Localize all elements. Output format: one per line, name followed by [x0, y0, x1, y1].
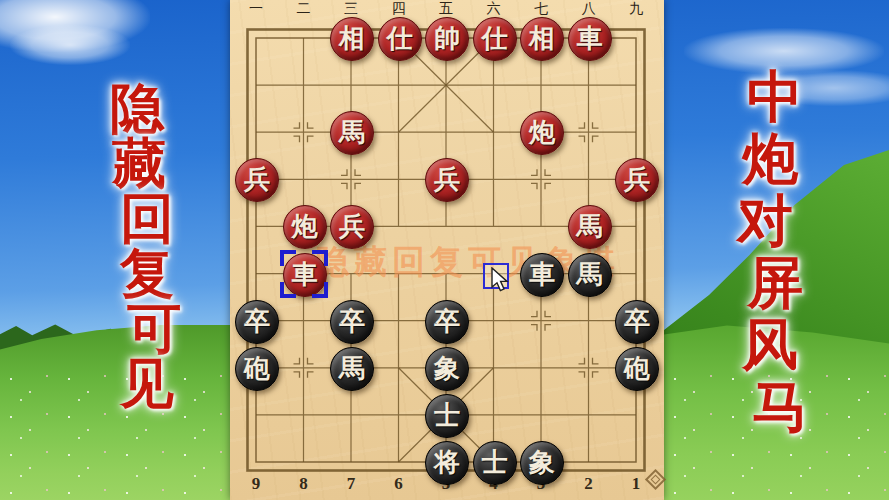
piece-glyph: 象	[521, 442, 563, 484]
piece-glyph: 相	[331, 18, 373, 60]
piece-red-車[interactable]: 車	[283, 253, 327, 297]
cloud	[10, 25, 130, 65]
caption-char: 见	[114, 357, 180, 412]
piece-black-馬[interactable]: 馬	[568, 253, 612, 297]
file-label-top: 五	[439, 0, 453, 18]
file-label-bottom: 1	[632, 474, 641, 494]
caption-char: 复	[114, 247, 180, 302]
piece-glyph: 象	[426, 348, 468, 390]
piece-glyph: 馬	[569, 206, 611, 248]
screenshot-root: 隐藏回复可见 中炮对屏风马 一二三四五六七八九 987654321 隐藏回复可见…	[0, 0, 889, 500]
caption-char: 中	[742, 66, 808, 128]
left-caption: 隐藏回复可见	[104, 82, 170, 412]
piece-red-兵[interactable]: 兵	[615, 158, 659, 202]
piece-glyph: 炮	[521, 112, 563, 154]
piece-glyph: 卒	[426, 301, 468, 343]
file-label-top: 六	[487, 0, 501, 18]
piece-black-卒[interactable]: 卒	[425, 300, 469, 344]
piece-glyph: 卒	[236, 301, 278, 343]
caption-char: 藏	[106, 137, 172, 192]
piece-black-士[interactable]: 士	[473, 441, 517, 485]
piece-black-馬[interactable]: 馬	[330, 347, 374, 391]
file-label-top: 三	[344, 0, 358, 18]
file-label-top: 一	[249, 0, 263, 18]
file-label-bottom: 7	[347, 474, 356, 494]
piece-glyph: 兵	[616, 159, 658, 201]
piece-glyph: 仕	[379, 18, 421, 60]
piece-red-兵[interactable]: 兵	[425, 158, 469, 202]
file-label-top: 七	[534, 0, 548, 18]
piece-black-将[interactable]: 将	[425, 441, 469, 485]
caption-char: 隐	[104, 82, 170, 137]
mouse-cursor-icon	[490, 267, 514, 295]
piece-black-象[interactable]: 象	[425, 347, 469, 391]
piece-red-馬[interactable]: 馬	[330, 111, 374, 155]
caption-char: 可	[121, 302, 187, 357]
file-label-bottom: 8	[299, 474, 308, 494]
right-caption: 中炮对屏风马	[740, 66, 806, 438]
file-label-top: 二	[297, 0, 311, 18]
piece-black-卒[interactable]: 卒	[615, 300, 659, 344]
piece-glyph: 卒	[616, 301, 658, 343]
piece-glyph: 兵	[331, 206, 373, 248]
piece-glyph: 兵	[426, 159, 468, 201]
piece-glyph: 仕	[474, 18, 516, 60]
piece-red-相[interactable]: 相	[520, 17, 564, 61]
piece-black-砲[interactable]: 砲	[615, 347, 659, 391]
caption-char: 炮	[737, 128, 803, 190]
piece-red-炮[interactable]: 炮	[283, 205, 327, 249]
file-label-bottom: 9	[252, 474, 261, 494]
file-label-top: 九	[629, 0, 643, 18]
caption-char: 对	[732, 190, 798, 252]
caption-char: 回	[114, 192, 180, 247]
piece-black-車[interactable]: 車	[520, 253, 564, 297]
piece-black-砲[interactable]: 砲	[235, 347, 279, 391]
piece-glyph: 砲	[236, 348, 278, 390]
caption-char: 风	[737, 314, 803, 376]
piece-red-炮[interactable]: 炮	[520, 111, 564, 155]
caption-char: 马	[747, 376, 813, 438]
piece-red-仕[interactable]: 仕	[473, 17, 517, 61]
piece-glyph: 士	[426, 395, 468, 437]
piece-glyph: 砲	[616, 348, 658, 390]
background-left: 隐藏回复可见	[0, 0, 230, 500]
piece-glyph: 卒	[331, 301, 373, 343]
piece-red-馬[interactable]: 馬	[568, 205, 612, 249]
piece-red-兵[interactable]: 兵	[235, 158, 279, 202]
piece-glyph: 炮	[284, 206, 326, 248]
piece-red-車[interactable]: 車	[568, 17, 612, 61]
piece-red-兵[interactable]: 兵	[330, 205, 374, 249]
file-label-bottom: 2	[584, 474, 593, 494]
piece-black-卒[interactable]: 卒	[330, 300, 374, 344]
piece-glyph: 車	[284, 254, 326, 296]
file-label-top: 四	[392, 0, 406, 18]
piece-glyph: 帥	[426, 18, 468, 60]
xiangqi-board[interactable]: 一二三四五六七八九 987654321 隐藏回复可见象棋 相仕帥仕相車馬炮兵兵兵…	[230, 0, 664, 500]
piece-glyph: 馬	[331, 348, 373, 390]
piece-black-象[interactable]: 象	[520, 441, 564, 485]
piece-glyph: 馬	[331, 112, 373, 154]
file-label-bottom: 6	[394, 474, 403, 494]
piece-red-相[interactable]: 相	[330, 17, 374, 61]
piece-glyph: 馬	[569, 254, 611, 296]
background-right: 中炮对屏风马	[664, 0, 889, 500]
caption-char: 屏	[742, 252, 808, 314]
piece-glyph: 車	[521, 254, 563, 296]
piece-red-帥[interactable]: 帥	[425, 17, 469, 61]
file-label-top: 八	[582, 0, 596, 18]
piece-black-卒[interactable]: 卒	[235, 300, 279, 344]
piece-glyph: 車	[569, 18, 611, 60]
piece-glyph: 将	[426, 442, 468, 484]
piece-glyph: 士	[474, 442, 516, 484]
piece-glyph: 兵	[236, 159, 278, 201]
piece-black-士[interactable]: 士	[425, 394, 469, 438]
piece-red-仕[interactable]: 仕	[378, 17, 422, 61]
piece-glyph: 相	[521, 18, 563, 60]
